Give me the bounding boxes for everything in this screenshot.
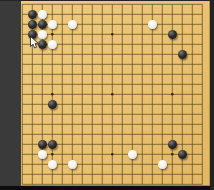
stone-white-O17[interactable] xyxy=(148,20,158,30)
stone-black-R14[interactable] xyxy=(178,50,188,60)
stone-white-F17[interactable] xyxy=(68,20,78,30)
stone-white-P3[interactable] xyxy=(158,160,168,170)
stone-black-B17[interactable] xyxy=(28,20,38,30)
stone-black-D9[interactable] xyxy=(48,100,58,110)
stone-black-B18[interactable] xyxy=(28,10,38,20)
stone-white-D17[interactable] xyxy=(48,20,58,30)
window-right-edge xyxy=(210,0,214,190)
app-window xyxy=(0,0,214,190)
stone-black-D5[interactable] xyxy=(48,140,58,150)
go-board[interactable] xyxy=(21,1,210,186)
stone-white-C18[interactable] xyxy=(38,10,48,20)
stone-white-F3[interactable] xyxy=(68,160,78,170)
stone-white-C4[interactable] xyxy=(38,150,48,160)
stone-black-C5[interactable] xyxy=(38,140,48,150)
window-bottom-edge xyxy=(0,186,214,190)
stone-white-D3[interactable] xyxy=(48,160,58,170)
stone-black-Q5[interactable] xyxy=(168,140,178,150)
stone-white-D15[interactable] xyxy=(48,40,58,50)
mouse-cursor-icon xyxy=(30,36,40,49)
stone-white-M4[interactable] xyxy=(128,150,138,160)
stone-black-C17[interactable] xyxy=(38,20,48,30)
stone-black-R4[interactable] xyxy=(178,150,188,160)
stone-black-Q16[interactable] xyxy=(168,30,178,40)
